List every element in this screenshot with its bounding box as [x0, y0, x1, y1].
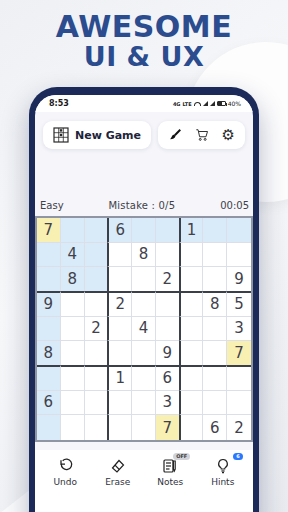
hints-count-badge: 6 [233, 453, 242, 460]
network-lte-icon: LTE [182, 101, 191, 107]
cell-r6c8[interactable] [203, 341, 227, 366]
promo-title-line1: AWESOME [0, 12, 288, 43]
cell-r2c2[interactable]: 4 [61, 243, 85, 268]
cell-r7c7[interactable] [179, 365, 204, 391]
cell-r8c6[interactable]: 3 [156, 391, 180, 416]
cell-r8c1[interactable]: 6 [37, 391, 61, 416]
lightbulb-icon [214, 457, 232, 475]
cell-r8c4[interactable] [107, 391, 132, 416]
cell-r2c8[interactable] [203, 243, 227, 268]
cell-r7c6[interactable]: 6 [156, 365, 180, 391]
cell-r3c7[interactable] [179, 267, 204, 292]
cell-r7c2[interactable] [61, 365, 85, 391]
promo-title: AWESOME UI & UX [0, 0, 288, 70]
cell-r2c7[interactable] [179, 243, 204, 268]
timer: 00:05 [220, 200, 249, 211]
cell-r7c9[interactable] [227, 365, 251, 391]
cell-r3c8[interactable] [203, 267, 227, 292]
bottom-panel: Undo Erase OFF [35, 450, 253, 512]
cell-r7c8[interactable] [203, 365, 227, 391]
cell-r3c3[interactable] [85, 267, 109, 292]
app-header: New Game [43, 121, 245, 149]
cell-r6c4[interactable] [107, 341, 132, 366]
cell-r4c4[interactable]: 2 [107, 291, 132, 317]
cell-r9c8[interactable]: 6 [203, 415, 227, 440]
cell-r3c9[interactable]: 9 [227, 267, 251, 292]
notes-button[interactable]: OFF Notes [148, 457, 192, 487]
cell-r5c9[interactable]: 3 [227, 317, 251, 342]
cell-r6c6[interactable]: 9 [156, 341, 180, 366]
cell-r6c2[interactable] [61, 341, 85, 366]
cell-r9c1[interactable] [37, 415, 61, 440]
cell-r9c3[interactable] [85, 415, 109, 440]
signal-icon [210, 101, 215, 106]
cell-r3c2[interactable]: 8 [61, 267, 85, 292]
cell-r4c3[interactable] [85, 291, 109, 317]
cell-r5c1[interactable] [37, 317, 61, 342]
sudoku-board: 7614882992852438971663762 [35, 216, 253, 442]
cell-r1c5[interactable] [132, 218, 156, 243]
cell-r4c8[interactable]: 8 [203, 291, 227, 317]
cell-r9c9[interactable]: 2 [227, 415, 251, 440]
cell-r1c8[interactable] [203, 218, 227, 243]
erase-button[interactable]: Erase [96, 457, 140, 487]
battery-icon [217, 101, 226, 106]
cell-r1c7[interactable]: 1 [179, 218, 204, 243]
shop-cart-button[interactable] [195, 128, 209, 142]
cell-r3c1[interactable] [37, 267, 61, 292]
cell-r6c9[interactable]: 7 [227, 341, 251, 366]
cell-r1c1[interactable]: 7 [37, 218, 61, 243]
toolbar: Undo Erase OFF [35, 450, 253, 487]
cell-r6c7[interactable] [179, 341, 204, 366]
hints-label: Hints [211, 477, 234, 487]
cell-r9c6[interactable]: 7 [156, 415, 180, 440]
cell-r2c6[interactable] [156, 243, 180, 268]
cell-r9c5[interactable] [132, 415, 156, 440]
cell-r1c9[interactable] [227, 218, 251, 243]
cell-r6c1[interactable]: 8 [37, 341, 61, 366]
hints-button[interactable]: 6 Hints [201, 457, 245, 487]
cell-r9c7[interactable] [179, 415, 204, 440]
difficulty-label[interactable]: Easy [40, 200, 64, 211]
signal-icon [203, 101, 208, 106]
header-actions: ⚙ [158, 121, 245, 149]
cell-r1c4[interactable]: 6 [107, 218, 132, 243]
status-bar: 8:53 4G LTE 40% [35, 95, 253, 112]
cell-r4c5[interactable] [132, 291, 156, 317]
cell-r8c5[interactable] [132, 391, 156, 416]
cell-r5c8[interactable] [203, 317, 227, 342]
cell-r7c4[interactable]: 1 [107, 365, 132, 391]
network-4g-icon: 4G [173, 101, 181, 107]
mistake-counter: Mistake : 0/5 [109, 200, 176, 211]
wifi-icon [194, 102, 201, 106]
cell-r5c5[interactable]: 4 [132, 317, 156, 342]
cell-r5c6[interactable] [156, 317, 180, 342]
cell-r3c4[interactable] [107, 267, 132, 292]
phone-mockup: 8:53 4G LTE 40% [29, 87, 259, 512]
cell-r5c2[interactable] [61, 317, 85, 342]
cell-r4c7[interactable] [179, 291, 204, 317]
sudoku-grid-icon [53, 127, 69, 143]
cell-r8c8[interactable] [203, 391, 227, 416]
eraser-icon [109, 457, 127, 475]
cell-r6c5[interactable] [132, 341, 156, 366]
notes-off-badge: OFF [173, 453, 190, 460]
cell-r4c6[interactable] [156, 291, 180, 317]
cell-r8c9[interactable] [227, 391, 251, 416]
game-info-bar: Easy Mistake : 0/5 00:05 [40, 200, 249, 211]
status-icons: 4G LTE 40% [173, 100, 241, 107]
undo-label: Undo [53, 477, 77, 487]
cell-r2c3[interactable] [85, 243, 109, 268]
cell-r4c9[interactable]: 5 [227, 291, 251, 317]
cell-r9c4[interactable] [107, 415, 132, 440]
cell-r2c9[interactable] [227, 243, 251, 268]
cell-r5c7[interactable] [179, 317, 204, 342]
cell-r5c4[interactable] [107, 317, 132, 342]
promo-canvas: AWESOME UI & UX 8:53 4G LTE 40% [0, 0, 288, 512]
theme-brush-button[interactable] [168, 128, 182, 142]
cell-r7c3[interactable] [85, 365, 109, 391]
cell-r4c1[interactable]: 9 [37, 291, 61, 317]
cell-r9c2[interactable] [61, 415, 85, 440]
cell-r2c1[interactable] [37, 243, 61, 268]
cell-r3c6[interactable]: 2 [156, 267, 180, 292]
cell-r1c2[interactable] [61, 218, 85, 243]
notes-label: Notes [157, 477, 183, 487]
cell-r7c1[interactable] [37, 365, 61, 391]
cell-r8c7[interactable] [179, 391, 204, 416]
cell-r2c5[interactable]: 8 [132, 243, 156, 268]
undo-button[interactable]: Undo [43, 457, 87, 487]
cell-r5c3[interactable]: 2 [85, 317, 109, 342]
cell-r7c5[interactable] [132, 365, 156, 391]
battery-percent: 40% [228, 100, 241, 107]
cell-r4c2[interactable] [61, 291, 85, 317]
status-time: 8:53 [49, 99, 69, 108]
undo-icon [56, 457, 74, 475]
erase-label: Erase [105, 477, 130, 487]
promo-title-line2: UI & UX [0, 43, 288, 71]
phone-screen: 8:53 4G LTE 40% [35, 95, 253, 512]
cell-r1c6[interactable] [156, 218, 180, 243]
new-game-label: New Game [75, 129, 141, 142]
cell-r8c2[interactable] [61, 391, 85, 416]
cell-r8c3[interactable] [85, 391, 109, 416]
cell-r6c3[interactable] [85, 341, 109, 366]
settings-gear-button[interactable]: ⚙ [222, 128, 235, 143]
cell-r2c4[interactable] [107, 243, 132, 268]
cell-r3c5[interactable] [132, 267, 156, 292]
cell-r1c3[interactable] [85, 218, 109, 243]
new-game-button[interactable]: New Game [43, 121, 151, 149]
